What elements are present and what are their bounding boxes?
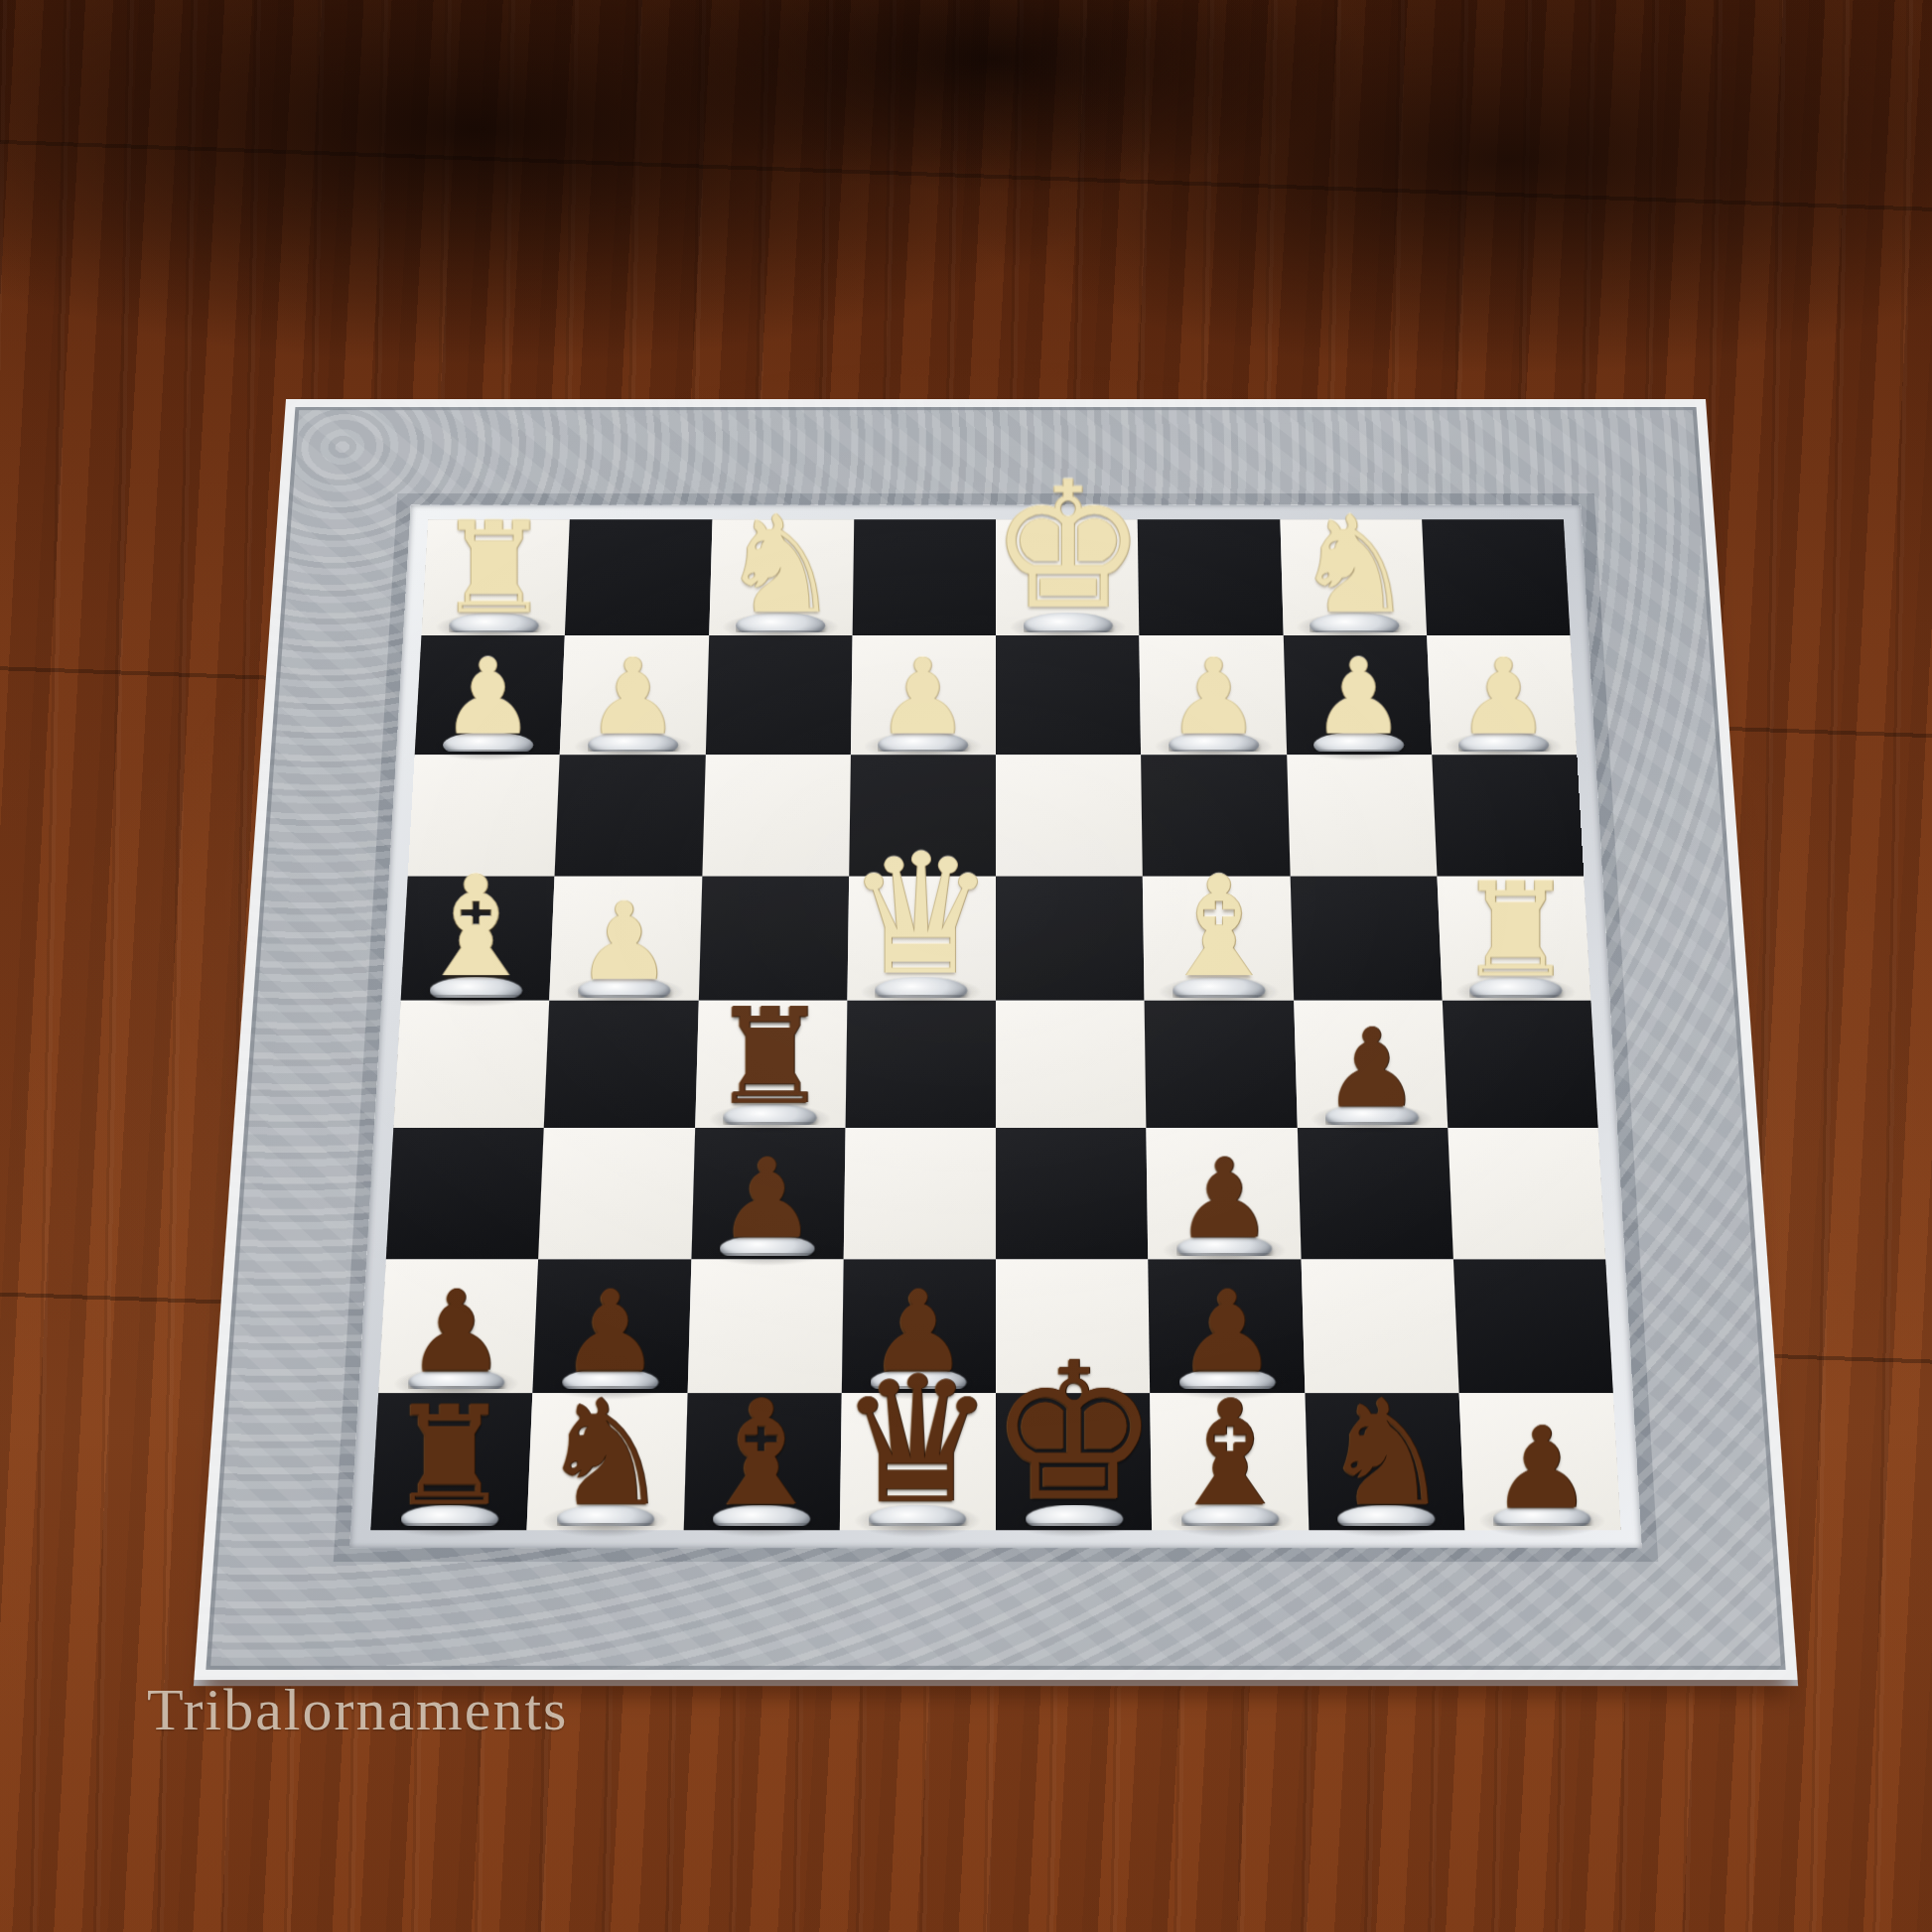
brown-knight-glyph: ♞ [1298,1384,1474,1523]
square-c1: ♝ [683,1393,841,1530]
brown-knight-glyph: ♞ [517,1384,694,1523]
brown-king-glyph: ♚ [986,1341,1163,1522]
square-f7: ♟ [1140,635,1287,755]
square-c6 [702,755,851,877]
square-b8 [565,519,712,635]
brown-pawn-glyph: ♟ [1453,1415,1630,1522]
brown-queen-glyph: ♛ [829,1356,1006,1522]
square-g3 [1297,1128,1452,1259]
square-a7: ♟ [415,635,565,755]
cream-king-glyph: ♚ [986,463,1149,628]
cream-rook-glyph: ♜ [1432,870,1600,994]
square-g1: ♞ [1305,1393,1464,1530]
square-a2: ♟ [378,1259,538,1393]
cream-knight-glyph: ♞ [699,501,862,628]
square-h5: ♜ [1437,876,1590,1000]
square-a5: ♝ [401,876,555,1000]
square-d3 [843,1128,996,1259]
square-g5 [1290,876,1442,1000]
square-h2 [1453,1259,1613,1393]
square-g8: ♞ [1280,519,1427,635]
cream-pawn-glyph: ♟ [1132,648,1297,748]
cream-bishop-glyph: ♝ [1135,862,1304,994]
square-h8 [1422,519,1571,635]
cream-queen-glyph: ♛ [837,835,1006,993]
square-e7 [996,635,1141,755]
square-b6 [555,755,706,877]
square-h4 [1443,1001,1598,1129]
cream-pawn-glyph: ♟ [1422,648,1587,748]
square-h7: ♟ [1427,635,1577,755]
cream-pawn-glyph: ♟ [405,648,570,748]
square-d5: ♛ [847,876,996,1000]
square-d4 [845,1001,996,1129]
square-b3 [538,1128,694,1259]
square-g4: ♟ [1294,1001,1448,1129]
square-e6 [996,755,1143,877]
cream-knight-glyph: ♞ [1273,501,1436,628]
cream-rook-glyph: ♜ [412,509,575,629]
brown-bishop-glyph: ♝ [1142,1384,1318,1523]
cream-pawn-glyph: ♟ [540,892,709,994]
square-f4 [1145,1001,1297,1129]
square-f3: ♟ [1147,1128,1301,1259]
square-g6 [1287,755,1438,877]
square-b1: ♞ [527,1393,687,1530]
brown-pawn-glyph: ♟ [1138,1147,1311,1251]
square-a1: ♜ [370,1393,532,1530]
square-a3 [386,1128,544,1259]
square-f1: ♝ [1150,1393,1308,1530]
square-c4: ♜ [695,1001,847,1129]
cream-pawn-glyph: ♟ [841,648,1006,748]
brown-rook-glyph: ♜ [685,996,856,1121]
square-a8: ♜ [421,519,570,635]
square-b4 [544,1001,698,1129]
square-c8: ♞ [709,519,854,635]
chessboard: ♜♞♚♞♟♟♟♟♟♟♝♟♛♝♜♜♟♟♟♟♟♟♟♜♞♝♛♚♝♞♟ [370,519,1620,1530]
square-e4 [996,1001,1147,1129]
brown-pawn-glyph: ♟ [368,1280,543,1386]
square-f8 [1138,519,1283,635]
square-e3 [996,1128,1149,1259]
square-c3: ♟ [691,1128,845,1259]
silver-frame: ♜♞♚♞♟♟♟♟♟♟♝♟♛♝♜♜♟♟♟♟♟♟♟♜♞♝♛♚♝♞♟ [194,399,1797,1680]
cream-pawn-glyph: ♟ [1277,648,1442,748]
square-a4 [393,1001,549,1129]
square-g7: ♟ [1283,635,1432,755]
brown-bishop-glyph: ♝ [673,1384,850,1523]
square-c7 [705,635,852,755]
square-d7: ♟ [851,635,996,755]
cream-pawn-glyph: ♟ [551,648,716,748]
square-b7: ♟ [560,635,709,755]
silver-inner-lip: ♜♞♚♞♟♟♟♟♟♟♝♟♛♝♜♜♟♟♟♟♟♟♟♜♞♝♛♚♝♞♟ [349,505,1642,1549]
brown-pawn-glyph: ♟ [681,1147,854,1251]
square-h3 [1448,1128,1605,1259]
brown-pawn-glyph: ♟ [1287,1018,1457,1121]
chessboard-scene: ♜♞♚♞♟♟♟♟♟♟♝♟♛♝♜♜♟♟♟♟♟♟♟♜♞♝♛♚♝♞♟ [194,399,1797,1680]
square-e8: ♚ [996,519,1140,635]
square-h1: ♟ [1458,1393,1620,1530]
brown-rook-glyph: ♜ [360,1392,537,1522]
square-d1: ♛ [840,1393,996,1530]
square-f5: ♝ [1143,876,1294,1000]
square-e5 [996,876,1145,1000]
square-e1: ♚ [996,1393,1152,1530]
cream-bishop-glyph: ♝ [391,862,560,994]
square-d8 [852,519,996,635]
watermark-text: Tribalornaments [147,1676,568,1744]
square-b5: ♟ [549,876,701,1000]
